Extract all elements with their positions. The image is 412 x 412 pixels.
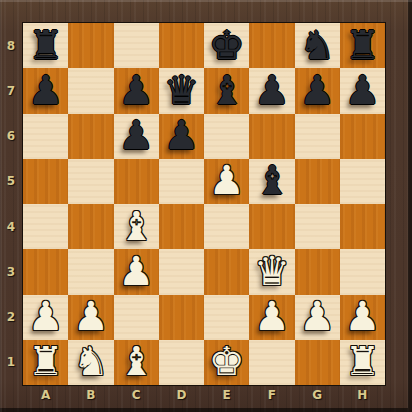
square-c2[interactable] [114,295,159,340]
square-a3[interactable] [23,249,68,294]
square-g8[interactable]: ♞ [295,23,340,68]
square-g1[interactable] [295,340,340,385]
file-label-f: F [249,385,294,409]
square-a5[interactable] [23,159,68,204]
square-f1[interactable] [249,340,294,385]
file-label-a: A [23,385,68,409]
square-e1[interactable]: ♚ [204,340,249,385]
white-bishop-icon[interactable]: ♝ [118,206,154,246]
square-d4[interactable] [159,204,204,249]
black-pawn-icon[interactable]: ♟ [163,115,199,155]
rank-label-8: 8 [0,23,22,68]
square-h4[interactable] [340,204,385,249]
rank-label-6: 6 [0,114,22,159]
square-a6[interactable] [23,114,68,159]
square-h8[interactable]: ♜ [340,23,385,68]
square-h5[interactable] [340,159,385,204]
square-e8[interactable]: ♚ [204,23,249,68]
square-a1[interactable]: ♜ [23,340,68,385]
rank-label-2: 2 [0,295,22,340]
square-d2[interactable] [159,295,204,340]
square-a4[interactable] [23,204,68,249]
square-f3[interactable]: ♛ [249,249,294,294]
file-label-e: E [204,385,249,409]
square-a2[interactable]: ♟ [23,295,68,340]
black-pawn-icon[interactable]: ♟ [299,70,335,110]
white-bishop-icon[interactable]: ♝ [118,341,154,381]
square-b6[interactable] [68,114,113,159]
black-pawn-icon[interactable]: ♟ [344,70,380,110]
rank-label-3: 3 [0,249,22,294]
square-h7[interactable]: ♟ [340,68,385,113]
white-king-icon[interactable]: ♚ [209,341,245,381]
square-g7[interactable]: ♟ [295,68,340,113]
square-h1[interactable]: ♜ [340,340,385,385]
square-f6[interactable] [249,114,294,159]
square-b5[interactable] [68,159,113,204]
square-e5[interactable]: ♟ [204,159,249,204]
square-d7[interactable]: ♛ [159,68,204,113]
black-bishop-icon[interactable]: ♝ [254,160,290,200]
square-f4[interactable] [249,204,294,249]
black-pawn-icon[interactable]: ♟ [118,70,154,110]
file-labels: ABCDEFGH [23,385,385,409]
black-rook-icon[interactable]: ♜ [344,25,380,65]
square-b2[interactable]: ♟ [68,295,113,340]
white-queen-icon[interactable]: ♛ [254,251,290,291]
file-label-c: C [114,385,159,409]
square-b4[interactable] [68,204,113,249]
square-d6[interactable]: ♟ [159,114,204,159]
square-a8[interactable]: ♜ [23,23,68,68]
white-pawn-icon[interactable]: ♟ [118,251,154,291]
square-b8[interactable] [68,23,113,68]
square-g6[interactable] [295,114,340,159]
rank-label-1: 1 [0,340,22,385]
square-c7[interactable]: ♟ [114,68,159,113]
black-pawn-icon[interactable]: ♟ [28,70,64,110]
square-c6[interactable]: ♟ [114,114,159,159]
white-pawn-icon[interactable]: ♟ [344,296,380,336]
square-e6[interactable] [204,114,249,159]
white-pawn-icon[interactable]: ♟ [299,296,335,336]
black-queen-icon[interactable]: ♛ [163,70,199,110]
file-label-g: G [295,385,340,409]
white-knight-icon[interactable]: ♞ [73,341,109,381]
rank-labels: 87654321 [0,23,22,385]
square-e3[interactable] [204,249,249,294]
file-label-d: D [159,385,204,409]
square-g2[interactable]: ♟ [295,295,340,340]
rank-label-5: 5 [0,159,22,204]
square-b1[interactable]: ♞ [68,340,113,385]
square-e2[interactable] [204,295,249,340]
file-label-b: B [68,385,113,409]
square-h2[interactable]: ♟ [340,295,385,340]
white-pawn-icon[interactable]: ♟ [254,296,290,336]
square-d5[interactable] [159,159,204,204]
rank-label-4: 4 [0,204,22,249]
square-e4[interactable] [204,204,249,249]
square-g3[interactable] [295,249,340,294]
square-c5[interactable] [114,159,159,204]
white-pawn-icon[interactable]: ♟ [209,160,245,200]
square-h6[interactable] [340,114,385,159]
square-a7[interactable]: ♟ [23,68,68,113]
black-bishop-icon[interactable]: ♝ [209,70,245,110]
chess-board: ♜♚♞♜♟♟♛♝♟♟♟♟♟♟♝♝♟♛♟♟♟♟♟♜♞♝♚♜ [22,22,386,386]
square-g5[interactable] [295,159,340,204]
square-c1[interactable]: ♝ [114,340,159,385]
square-f7[interactable]: ♟ [249,68,294,113]
board-frame: ♜♚♞♜♟♟♛♝♟♟♟♟♟♟♝♝♟♛♟♟♟♟♟♜♞♝♚♜ ABCDEFGH 87… [0,0,412,412]
black-pawn-icon[interactable]: ♟ [118,115,154,155]
square-e7[interactable]: ♝ [204,68,249,113]
white-rook-icon[interactable]: ♜ [28,341,64,381]
black-pawn-icon[interactable]: ♟ [254,70,290,110]
square-c8[interactable] [114,23,159,68]
square-f2[interactable]: ♟ [249,295,294,340]
square-b7[interactable] [68,68,113,113]
square-d3[interactable] [159,249,204,294]
square-d1[interactable] [159,340,204,385]
white-rook-icon[interactable]: ♜ [344,341,380,381]
square-d8[interactable] [159,23,204,68]
file-label-h: H [340,385,385,409]
black-knight-icon[interactable]: ♞ [299,25,335,65]
square-h3[interactable] [340,249,385,294]
black-king-icon[interactable]: ♚ [209,25,245,65]
square-c3[interactable]: ♟ [114,249,159,294]
square-c4[interactable]: ♝ [114,204,159,249]
square-b3[interactable] [68,249,113,294]
square-f5[interactable]: ♝ [249,159,294,204]
white-pawn-icon[interactable]: ♟ [73,296,109,336]
square-g4[interactable] [295,204,340,249]
white-pawn-icon[interactable]: ♟ [28,296,64,336]
square-f8[interactable] [249,23,294,68]
rank-label-7: 7 [0,68,22,113]
black-rook-icon[interactable]: ♜ [28,25,64,65]
